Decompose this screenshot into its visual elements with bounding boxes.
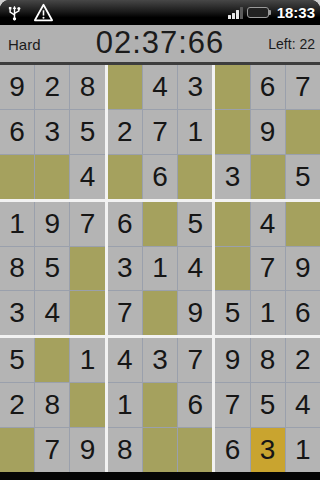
cell-r4c9[interactable] <box>286 202 320 246</box>
cell-r5c9[interactable]: 9 <box>286 247 320 291</box>
cell-r7c4[interactable]: 4 <box>108 338 142 382</box>
cell-r5c5[interactable]: 1 <box>143 247 177 291</box>
cell-r8c9[interactable]: 4 <box>286 383 320 427</box>
cell-r7c3[interactable]: 1 <box>70 338 104 382</box>
cell-r6c7[interactable]: 5 <box>215 291 249 335</box>
cell-r6c2[interactable]: 4 <box>35 291 69 335</box>
cell-r8c3[interactable] <box>70 383 104 427</box>
cell-r5c8[interactable]: 7 <box>251 247 285 291</box>
cell-r1c4[interactable] <box>108 65 142 109</box>
cell-r7c6[interactable]: 7 <box>178 338 212 382</box>
cell-r9c3[interactable]: 9 <box>70 428 104 472</box>
cell-r2c3[interactable]: 5 <box>70 110 104 154</box>
usb-icon <box>5 3 24 22</box>
cell-r7c8[interactable]: 8 <box>251 338 285 382</box>
box-7: 512879 <box>0 338 105 472</box>
cell-r3c2[interactable] <box>35 155 69 199</box>
cell-r9c8[interactable]: 3 <box>251 428 285 472</box>
cell-r8c7[interactable]: 7 <box>215 383 249 427</box>
bottom-bezel <box>0 472 320 480</box>
cell-r8c8[interactable]: 5 <box>251 383 285 427</box>
cell-r3c1[interactable] <box>0 155 34 199</box>
cell-r9c1[interactable] <box>0 428 34 472</box>
cell-r9c7[interactable]: 6 <box>215 428 249 472</box>
battery-icon <box>247 7 271 18</box>
cell-r3c7[interactable]: 3 <box>215 155 249 199</box>
cell-r9c2[interactable]: 7 <box>35 428 69 472</box>
cell-r4c6[interactable]: 5 <box>178 202 212 246</box>
box-2: 432716 <box>108 65 213 199</box>
box-6: 479516 <box>215 202 320 336</box>
cell-r1c8[interactable]: 6 <box>251 65 285 109</box>
cell-r4c5[interactable] <box>143 202 177 246</box>
cell-r4c8[interactable]: 4 <box>251 202 285 246</box>
cell-r2c7[interactable] <box>215 110 249 154</box>
cell-r5c2[interactable]: 5 <box>35 247 69 291</box>
cell-r3c9[interactable]: 5 <box>286 155 320 199</box>
cell-r1c5[interactable]: 4 <box>143 65 177 109</box>
cell-r5c1[interactable]: 8 <box>0 247 34 291</box>
cell-r4c4[interactable]: 6 <box>108 202 142 246</box>
cell-r5c3[interactable] <box>70 247 104 291</box>
cell-r2c9[interactable] <box>286 110 320 154</box>
status-clock: 18:33 <box>277 4 315 21</box>
cell-r9c5[interactable] <box>143 428 177 472</box>
cell-r4c2[interactable]: 9 <box>35 202 69 246</box>
cell-r2c6[interactable]: 1 <box>178 110 212 154</box>
cell-r2c4[interactable]: 2 <box>108 110 142 154</box>
cell-r5c6[interactable]: 4 <box>178 247 212 291</box>
box-5: 6531479 <box>108 202 213 336</box>
box-8: 437168 <box>108 338 213 472</box>
cell-r7c2[interactable] <box>35 338 69 382</box>
box-4: 1978534 <box>0 202 105 336</box>
cell-r4c7[interactable] <box>215 202 249 246</box>
cell-r1c6[interactable]: 3 <box>178 65 212 109</box>
signal-strength-icon <box>228 7 243 19</box>
cell-r9c6[interactable] <box>178 428 212 472</box>
cells-left-label: Left: 22 <box>268 36 315 52</box>
cell-r8c4[interactable]: 1 <box>108 383 142 427</box>
cell-r6c1[interactable]: 3 <box>0 291 34 335</box>
cell-r8c1[interactable]: 2 <box>0 383 34 427</box>
warning-icon <box>33 3 54 22</box>
cell-r3c5[interactable]: 6 <box>143 155 177 199</box>
cell-r3c6[interactable] <box>178 155 212 199</box>
cell-r1c1[interactable]: 9 <box>0 65 34 109</box>
cell-r2c2[interactable]: 3 <box>35 110 69 154</box>
cell-r9c4[interactable]: 8 <box>108 428 142 472</box>
cell-r6c6[interactable]: 9 <box>178 291 212 335</box>
cell-r6c5[interactable] <box>143 291 177 335</box>
cell-r7c9[interactable]: 2 <box>286 338 320 382</box>
phone-screen: 18:33 Hard 02:37:66 Left: 22 92863544327… <box>0 0 320 480</box>
game-header: Hard 02:37:66 Left: 22 <box>0 25 320 62</box>
cell-r7c5[interactable]: 3 <box>143 338 177 382</box>
box-3: 67935 <box>215 65 320 199</box>
cell-r7c1[interactable]: 5 <box>0 338 34 382</box>
sudoku-board: 9286354432716679351978534653147947951651… <box>0 65 320 472</box>
box-9: 982754631 <box>215 338 320 472</box>
cell-r3c3[interactable]: 4 <box>70 155 104 199</box>
cell-r1c9[interactable]: 7 <box>286 65 320 109</box>
cell-r2c1[interactable]: 6 <box>0 110 34 154</box>
game-timer: 02:37:66 <box>96 25 225 61</box>
cell-r2c5[interactable]: 7 <box>143 110 177 154</box>
status-bar: 18:33 <box>0 0 320 25</box>
box-1: 9286354 <box>0 65 105 199</box>
cell-r6c4[interactable]: 7 <box>108 291 142 335</box>
cell-r8c2[interactable]: 8 <box>35 383 69 427</box>
cell-r1c2[interactable]: 2 <box>35 65 69 109</box>
cell-r3c8[interactable] <box>251 155 285 199</box>
cell-r1c7[interactable] <box>215 65 249 109</box>
cell-r5c4[interactable]: 3 <box>108 247 142 291</box>
cell-r7c7[interactable]: 9 <box>215 338 249 382</box>
cell-r1c3[interactable]: 8 <box>70 65 104 109</box>
cell-r8c5[interactable] <box>143 383 177 427</box>
cell-r6c9[interactable]: 6 <box>286 291 320 335</box>
difficulty-label: Hard <box>8 35 41 52</box>
cell-r4c3[interactable]: 7 <box>70 202 104 246</box>
cell-r8c6[interactable]: 6 <box>178 383 212 427</box>
cell-r4c1[interactable]: 1 <box>0 202 34 246</box>
cell-r5c7[interactable] <box>215 247 249 291</box>
cell-r6c8[interactable]: 1 <box>251 291 285 335</box>
cell-r2c8[interactable]: 9 <box>251 110 285 154</box>
cell-r3c4[interactable] <box>108 155 142 199</box>
cell-r6c3[interactable] <box>70 291 104 335</box>
cell-r9c9[interactable]: 1 <box>286 428 320 472</box>
